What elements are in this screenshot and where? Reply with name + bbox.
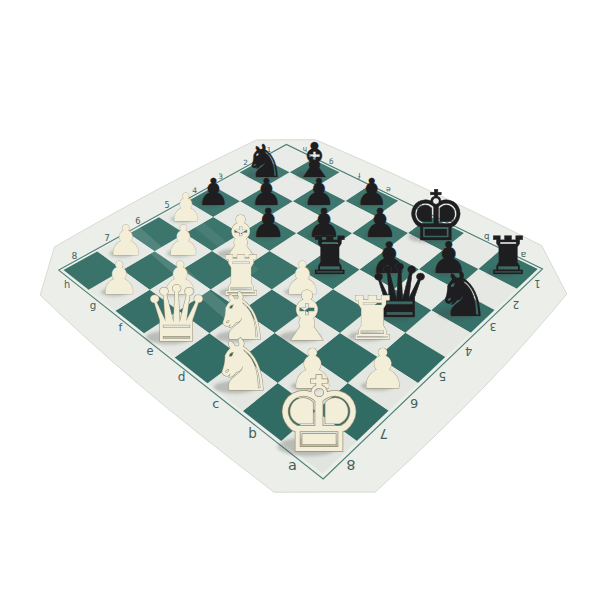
chess-set-product-photo: aabbccddeeffgghh1122334455667788♝♞♟♟♟♟♟♚…	[0, 0, 600, 600]
rank-label-right-2: 2	[513, 299, 520, 311]
file-label-near-h: h	[64, 279, 70, 290]
rank-label-right-4: 4	[465, 344, 472, 358]
file-label-near-d: d	[178, 370, 186, 384]
rank-label-right-1: 1	[534, 278, 540, 289]
piece-white-queen-e8: ♛	[142, 270, 211, 359]
rank-label-right-5: 5	[438, 369, 446, 383]
file-label-near-g: g	[90, 299, 97, 311]
piece-white-king-a8: ♚	[272, 354, 366, 476]
rank-label-left-8: 8	[72, 250, 78, 261]
chessboard-scene: aabbccddeeffgghh1122334455667788♝♞♟♟♟♟♟♚…	[0, 0, 600, 600]
piece-white-knight-c8: ♞	[210, 324, 274, 407]
piece-black-rook-a1: ♜	[484, 225, 531, 286]
rank-label-right-6: 6	[410, 396, 418, 411]
piece-white-pawn-g8: ♟	[99, 252, 140, 305]
file-label-near-b: b	[248, 425, 257, 441]
piece-black-knight-a3: ♞	[435, 258, 491, 331]
rank-label-right-7: 7	[379, 426, 388, 442]
